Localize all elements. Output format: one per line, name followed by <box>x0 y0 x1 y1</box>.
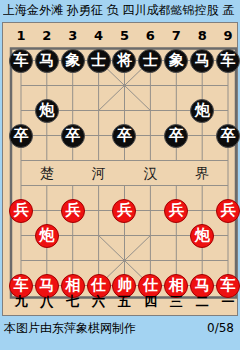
board-point <box>112 173 138 198</box>
file-number-label: 九 <box>8 295 34 309</box>
file-number-label: 二 <box>189 295 215 309</box>
board-point <box>163 223 189 248</box>
board-point <box>8 173 34 198</box>
board-point <box>34 73 60 98</box>
board-point <box>60 73 86 98</box>
board-point: 兵 <box>112 198 138 223</box>
board-point <box>215 223 240 248</box>
piece-red[interactable]: 兵 <box>9 199 33 223</box>
board-point <box>86 248 112 273</box>
piece-black[interactable]: 士 <box>138 49 162 73</box>
piece-black[interactable]: 车 <box>216 49 240 73</box>
board-point <box>163 148 189 173</box>
board-point <box>137 73 163 98</box>
piece-red[interactable]: 兵 <box>216 199 240 223</box>
board-point: 兵 <box>215 198 240 223</box>
match-title: 上海金外滩 孙勇征 负 四川成都懿锦控股 孟 <box>3 3 240 17</box>
board-point <box>137 148 163 173</box>
board-point <box>112 248 138 273</box>
board-point <box>137 173 163 198</box>
board-point <box>86 123 112 148</box>
piece-black[interactable]: 将 <box>112 49 136 73</box>
board-point <box>60 173 86 198</box>
board-point: 车 <box>8 48 34 73</box>
piece-red[interactable]: 兵 <box>164 199 188 223</box>
board-point <box>137 123 163 148</box>
board-point <box>163 73 189 98</box>
board-point <box>189 123 215 148</box>
board-point <box>8 98 34 123</box>
board-point <box>215 173 240 198</box>
piece-black[interactable]: 卒 <box>61 124 85 148</box>
board-point: 马 <box>189 48 215 73</box>
board-point: 士 <box>86 48 112 73</box>
board-point <box>163 248 189 273</box>
piece-black[interactable]: 卒 <box>216 124 240 148</box>
file-number-label: 八 <box>34 295 60 309</box>
board-point <box>112 223 138 248</box>
piece-black[interactable]: 炮 <box>190 99 214 123</box>
board-point <box>8 73 34 98</box>
board-point: 卒 <box>60 123 86 148</box>
board-point <box>34 148 60 173</box>
piece-red[interactable]: 炮 <box>35 224 59 248</box>
board-point <box>8 248 34 273</box>
piece-black[interactable]: 卒 <box>112 124 136 148</box>
piece-black[interactable]: 马 <box>190 49 214 73</box>
pieces-grid: 车马象士将士象马车炮炮卒卒卒卒卒兵兵兵兵兵炮炮车马相仕帅仕相马车 <box>8 48 240 298</box>
board-point <box>34 198 60 223</box>
board-point <box>189 248 215 273</box>
board-point <box>189 73 215 98</box>
file-number-label: 五 <box>112 295 138 309</box>
board-point: 炮 <box>34 98 60 123</box>
file-number-label: 六 <box>86 295 112 309</box>
board-point <box>137 223 163 248</box>
file-number-label: 三 <box>163 295 189 309</box>
xiangqi-viewer: 上海金外滩 孙勇征 负 四川成都懿锦控股 孟 123456789 <box>0 0 240 350</box>
board-point: 兵 <box>8 198 34 223</box>
file-number-label: 七 <box>60 295 86 309</box>
piece-black[interactable]: 卒 <box>164 124 188 148</box>
board-point <box>189 198 215 223</box>
piece-black[interactable]: 象 <box>61 49 85 73</box>
board-point: 兵 <box>163 198 189 223</box>
board-point: 象 <box>163 48 189 73</box>
board-point <box>189 173 215 198</box>
board-point <box>163 98 189 123</box>
piece-black[interactable]: 马 <box>35 49 59 73</box>
piece-red[interactable]: 炮 <box>190 224 214 248</box>
board-point <box>86 148 112 173</box>
board-point: 炮 <box>34 223 60 248</box>
board-point <box>8 148 34 173</box>
file-number-label: 四 <box>137 295 163 309</box>
piece-black[interactable]: 炮 <box>35 99 59 123</box>
board-point <box>86 223 112 248</box>
piece-red[interactable]: 兵 <box>61 199 85 223</box>
board-point <box>34 248 60 273</box>
piece-black[interactable]: 象 <box>164 49 188 73</box>
board-point <box>215 148 240 173</box>
board-point <box>60 148 86 173</box>
piece-black[interactable]: 士 <box>87 49 111 73</box>
board-point <box>137 248 163 273</box>
piece-black[interactable]: 车 <box>9 49 33 73</box>
board-point: 炮 <box>189 223 215 248</box>
board-point: 卒 <box>8 123 34 148</box>
footer-bar: 本图片由东萍象棋网制作 0/58 <box>4 321 234 335</box>
board-point <box>112 148 138 173</box>
board-point: 炮 <box>189 98 215 123</box>
board-point: 车 <box>215 48 240 73</box>
board-point <box>112 98 138 123</box>
board-point: 士 <box>137 48 163 73</box>
credit-text: 本图片由东萍象棋网制作 <box>4 321 136 335</box>
board-point: 象 <box>60 48 86 73</box>
board-point <box>137 98 163 123</box>
piece-black[interactable]: 卒 <box>9 124 33 148</box>
move-counter: 0/58 <box>207 321 234 335</box>
board-point <box>215 248 240 273</box>
board-point: 卒 <box>215 123 240 148</box>
board-point <box>112 73 138 98</box>
file-number-label: 一 <box>215 295 240 309</box>
board-point <box>86 198 112 223</box>
board-point: 兵 <box>60 198 86 223</box>
board-panel: 123456789 <box>2 22 238 316</box>
board-point <box>215 73 240 98</box>
bottom-numbers: 九八七六五四三二一 <box>8 295 240 309</box>
board-point <box>34 123 60 148</box>
board-point <box>163 173 189 198</box>
board-point <box>60 248 86 273</box>
board-point: 卒 <box>163 123 189 148</box>
board-point: 卒 <box>112 123 138 148</box>
board-point: 马 <box>34 48 60 73</box>
board-point <box>215 98 240 123</box>
board-point <box>189 148 215 173</box>
board-point <box>8 223 34 248</box>
board-point <box>86 173 112 198</box>
board-point <box>60 98 86 123</box>
piece-red[interactable]: 兵 <box>112 199 136 223</box>
board-point: 将 <box>112 48 138 73</box>
board-point <box>86 98 112 123</box>
board-point <box>137 198 163 223</box>
board-point <box>86 73 112 98</box>
board-point <box>34 173 60 198</box>
board-point <box>60 223 86 248</box>
